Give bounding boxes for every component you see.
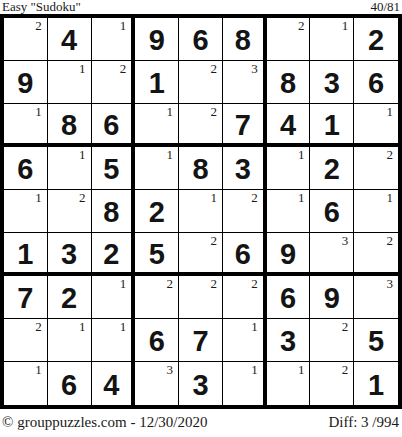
- cell-r7c2[interactable]: 2: [48, 276, 92, 319]
- pencil-mark: 2: [251, 277, 258, 290]
- cell-value: 8: [235, 23, 251, 55]
- cell-r9c5[interactable]: 3: [179, 362, 223, 405]
- cell-r6c6[interactable]: 6: [223, 233, 267, 276]
- cell-r1c2[interactable]: 4: [48, 18, 92, 61]
- pencil-mark: 1: [120, 277, 127, 290]
- cell-r6c3[interactable]: 2: [92, 233, 136, 276]
- cell-r5c9[interactable]: 1: [354, 190, 398, 233]
- cell-value: 2: [103, 237, 119, 269]
- cell-r7c7[interactable]: 6: [267, 276, 311, 319]
- cell-r9c1[interactable]: 1: [4, 362, 48, 405]
- cell-r6c4[interactable]: 5: [135, 233, 179, 276]
- cell-r2c4[interactable]: 1: [135, 61, 179, 104]
- header: Easy "Sudoku" 40/81: [0, 0, 402, 14]
- pencil-mark: 2: [210, 234, 217, 247]
- cell-r9c2[interactable]: 6: [48, 362, 92, 405]
- cell-r3c1[interactable]: 1: [4, 104, 48, 147]
- pencil-mark: 3: [251, 62, 258, 75]
- pencil-mark: 2: [120, 62, 127, 75]
- cell-r7c5[interactable]: 2: [179, 276, 223, 319]
- cell-value: 6: [17, 152, 33, 184]
- difficulty-text: Diff: 3 /994: [328, 414, 399, 430]
- cell-r2c9[interactable]: 6: [354, 61, 398, 104]
- cell-r5c7[interactable]: 1: [267, 190, 311, 233]
- pencil-mark: 2: [342, 363, 349, 376]
- cell-r6c2[interactable]: 3: [48, 233, 92, 276]
- cell-r2c7[interactable]: 8: [267, 61, 311, 104]
- pencil-mark: 2: [210, 105, 217, 118]
- cell-r5c2[interactable]: 2: [48, 190, 92, 233]
- cell-value: 6: [280, 281, 296, 313]
- cell-r3c8[interactable]: 1: [310, 104, 354, 147]
- cell-r8c2[interactable]: 1: [48, 319, 92, 362]
- cell-value: 9: [149, 23, 165, 55]
- cell-r5c4[interactable]: 2: [135, 190, 179, 233]
- cell-value: 5: [368, 324, 384, 356]
- sudoku-page: Easy "Sudoku" 40/81 24196821291212383618…: [0, 0, 402, 437]
- cell-r8c7[interactable]: 3: [267, 319, 311, 362]
- footer: © grouppuzzles.com - 12/30/2020 Diff: 3 …: [0, 409, 402, 433]
- cell-value: 7: [17, 281, 33, 313]
- pencil-mark: 2: [298, 19, 305, 32]
- pencil-mark: 3: [387, 277, 394, 290]
- cell-r8c5[interactable]: 7: [179, 319, 223, 362]
- cell-r3c3[interactable]: 6: [92, 104, 136, 147]
- pencil-mark: 1: [251, 363, 258, 376]
- cell-value: 7: [235, 108, 251, 140]
- cell-r2c1[interactable]: 9: [4, 61, 48, 104]
- copyright-text: © grouppuzzles.com - 12/30/2020: [2, 414, 208, 430]
- pencil-mark: 1: [298, 191, 305, 204]
- cell-value: 1: [324, 108, 340, 140]
- cell-r2c6[interactable]: 3: [223, 61, 267, 104]
- cell-r3c4[interactable]: 1: [135, 104, 179, 147]
- cell-r4c3[interactable]: 5: [92, 147, 136, 190]
- pencil-mark: 1: [79, 62, 86, 75]
- pencil-mark: 1: [79, 320, 86, 333]
- pencil-mark: 2: [342, 320, 349, 333]
- cell-r9c7[interactable]: 1: [267, 362, 311, 405]
- cell-r8c6[interactable]: 1: [223, 319, 267, 362]
- cell-value: 8: [61, 108, 77, 140]
- cell-r9c8[interactable]: 2: [310, 362, 354, 405]
- cell-value: 7: [192, 324, 208, 356]
- cell-value: 1: [17, 237, 33, 269]
- cell-r2c8[interactable]: 3: [310, 61, 354, 104]
- pencil-mark: 2: [167, 277, 174, 290]
- cell-r1c9[interactable]: 2: [354, 18, 398, 61]
- cell-value: 3: [235, 152, 251, 184]
- cell-value: 5: [149, 237, 165, 269]
- pencil-mark: 1: [342, 19, 349, 32]
- pencil-mark: 2: [251, 191, 258, 204]
- cell-r6c9[interactable]: 2: [354, 233, 398, 276]
- cell-value: 2: [368, 23, 384, 55]
- cell-r5c6[interactable]: 2: [223, 190, 267, 233]
- pencil-mark: 1: [387, 105, 394, 118]
- cell-value: 2: [149, 195, 165, 227]
- sudoku-board: 2419682129121238361861274116151831221282…: [0, 14, 402, 409]
- pencil-mark: 1: [120, 19, 127, 32]
- cell-r4c8[interactable]: 2: [310, 147, 354, 190]
- cell-value: 4: [61, 23, 77, 55]
- cell-value: 6: [149, 324, 165, 356]
- pencil-mark: 1: [79, 148, 86, 161]
- cell-r4c2[interactable]: 1: [48, 147, 92, 190]
- cell-r6c8[interactable]: 3: [310, 233, 354, 276]
- pencil-mark: 2: [35, 19, 42, 32]
- cell-r5c5[interactable]: 1: [179, 190, 223, 233]
- cell-value: 9: [17, 66, 33, 98]
- pencil-mark: 2: [210, 277, 217, 290]
- cell-r6c1[interactable]: 1: [4, 233, 48, 276]
- pencil-mark: 2: [210, 62, 217, 75]
- pencil-mark: 3: [342, 234, 349, 247]
- pencil-mark: 1: [387, 191, 394, 204]
- cell-r4c6[interactable]: 3: [223, 147, 267, 190]
- pencil-mark: 1: [35, 363, 42, 376]
- cell-r8c8[interactable]: 2: [310, 319, 354, 362]
- pencil-mark: 1: [120, 320, 127, 333]
- cell-r7c8[interactable]: 9: [310, 276, 354, 319]
- cell-r4c4[interactable]: 1: [135, 147, 179, 190]
- cell-r2c5[interactable]: 2: [179, 61, 223, 104]
- cell-value: 3: [61, 237, 77, 269]
- cell-value: 8: [103, 195, 119, 227]
- cell-r5c1[interactable]: 1: [4, 190, 48, 233]
- cell-r7c9[interactable]: 3: [354, 276, 398, 319]
- pencil-mark: 2: [79, 191, 86, 204]
- cell-r6c7[interactable]: 9: [267, 233, 311, 276]
- pencil-mark: 1: [298, 148, 305, 161]
- filled-count: 40/81: [370, 0, 400, 13]
- cell-value: 1: [368, 368, 384, 400]
- cell-r9c9[interactable]: 1: [354, 362, 398, 405]
- cell-value: 9: [280, 237, 296, 269]
- pencil-mark: 2: [35, 320, 42, 333]
- cell-value: 9: [324, 281, 340, 313]
- cell-r4c1[interactable]: 6: [4, 147, 48, 190]
- pencil-mark: 2: [387, 148, 394, 161]
- cell-value: 4: [103, 368, 119, 400]
- cell-r7c1[interactable]: 7: [4, 276, 48, 319]
- cell-r7c6[interactable]: 2: [223, 276, 267, 319]
- cell-r1c6[interactable]: 8: [223, 18, 267, 61]
- cell-r1c3[interactable]: 1: [92, 18, 136, 61]
- puzzle-title: Easy "Sudoku": [2, 0, 81, 13]
- cell-r8c1[interactable]: 2: [4, 319, 48, 362]
- cell-r3c2[interactable]: 8: [48, 104, 92, 147]
- cell-r7c4[interactable]: 2: [135, 276, 179, 319]
- cell-r2c3[interactable]: 2: [92, 61, 136, 104]
- cell-value: 6: [61, 368, 77, 400]
- cell-r5c3[interactable]: 8: [92, 190, 136, 233]
- cell-r1c5[interactable]: 6: [179, 18, 223, 61]
- cell-value: 6: [324, 195, 340, 227]
- cell-value: 2: [61, 281, 77, 313]
- cell-r1c7[interactable]: 2: [267, 18, 311, 61]
- pencil-mark: 2: [387, 234, 394, 247]
- cell-r4c9[interactable]: 2: [354, 147, 398, 190]
- cell-r9c4[interactable]: 3: [135, 362, 179, 405]
- cell-r1c4[interactable]: 9: [135, 18, 179, 61]
- cell-r5c8[interactable]: 6: [310, 190, 354, 233]
- cell-value: 8: [280, 66, 296, 98]
- cell-r8c3[interactable]: 1: [92, 319, 136, 362]
- pencil-mark: 1: [35, 191, 42, 204]
- cell-r3c5[interactable]: 2: [179, 104, 223, 147]
- cell-r8c4[interactable]: 6: [135, 319, 179, 362]
- cell-value: 6: [368, 66, 384, 98]
- cell-value: 3: [280, 324, 296, 356]
- cell-r4c7[interactable]: 1: [267, 147, 311, 190]
- cell-r6c5[interactable]: 2: [179, 233, 223, 276]
- cell-value: 1: [149, 66, 165, 98]
- cell-r2c2[interactable]: 1: [48, 61, 92, 104]
- pencil-mark: 1: [298, 363, 305, 376]
- cell-value: 3: [324, 66, 340, 98]
- pencil-mark: 1: [251, 320, 258, 333]
- cell-r3c9[interactable]: 1: [354, 104, 398, 147]
- pencil-mark: 1: [167, 148, 174, 161]
- cell-r9c6[interactable]: 1: [223, 362, 267, 405]
- cell-value: 6: [235, 237, 251, 269]
- cell-r1c8[interactable]: 1: [310, 18, 354, 61]
- pencil-mark: 1: [167, 105, 174, 118]
- cell-r1c1[interactable]: 2: [4, 18, 48, 61]
- cell-r8c9[interactable]: 5: [354, 319, 398, 362]
- cell-r3c6[interactable]: 7: [223, 104, 267, 147]
- cell-value: 2: [324, 152, 340, 184]
- pencil-mark: 1: [210, 191, 217, 204]
- pencil-mark: 1: [35, 105, 42, 118]
- cell-r3c7[interactable]: 4: [267, 104, 311, 147]
- cell-value: 6: [192, 23, 208, 55]
- cell-value: 4: [280, 108, 296, 140]
- cell-value: 3: [192, 368, 208, 400]
- cell-value: 5: [103, 152, 119, 184]
- cell-r7c3[interactable]: 1: [92, 276, 136, 319]
- cell-r4c5[interactable]: 8: [179, 147, 223, 190]
- cell-r9c3[interactable]: 4: [92, 362, 136, 405]
- pencil-mark: 3: [167, 363, 174, 376]
- cell-value: 8: [192, 152, 208, 184]
- cell-value: 6: [103, 108, 119, 140]
